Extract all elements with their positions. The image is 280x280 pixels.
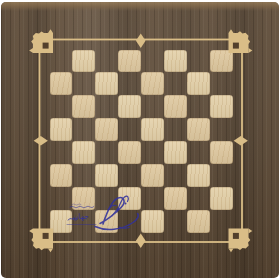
square-d7 [118,72,141,95]
square-c2 [95,187,118,210]
square-e3 [141,164,164,187]
square-a6 [50,95,73,118]
square-h2 [210,187,233,210]
square-e8 [141,50,164,73]
square-c1 [95,210,118,233]
stamp-word: جهان [64,213,98,222]
square-d8 [118,50,141,73]
square-g7 [187,72,210,95]
square-a2 [50,187,73,210]
square-f7 [164,72,187,95]
square-b8 [72,50,95,73]
square-f8 [164,50,187,73]
square-a4 [50,141,73,164]
square-f4 [164,141,187,164]
square-c4 [95,141,118,164]
square-f6 [164,95,187,118]
square-g1 [187,210,210,233]
square-h1 [210,210,233,233]
board-grid [50,50,234,234]
board-edge-highlight [1,2,279,11]
square-f2 [164,187,187,210]
square-g5 [187,118,210,141]
square-g6 [187,95,210,118]
square-d6 [118,95,141,118]
square-h3 [210,164,233,187]
square-d4 [118,141,141,164]
square-g8 [187,50,210,73]
square-f5 [164,118,187,141]
square-d3 [118,164,141,187]
square-a8 [50,50,73,73]
square-b3 [72,164,95,187]
square-f3 [164,164,187,187]
chessboard [1,2,279,278]
square-c8 [95,50,118,73]
square-d5 [118,118,141,141]
square-a5 [50,118,73,141]
square-c6 [95,95,118,118]
square-e6 [141,95,164,118]
square-g4 [187,141,210,164]
square-e4 [141,141,164,164]
square-g2 [187,187,210,210]
square-h4 [210,141,233,164]
square-a7 [50,72,73,95]
square-c7 [95,72,118,95]
square-e1 [141,210,164,233]
square-e5 [141,118,164,141]
square-b7 [72,72,95,95]
square-d2 [118,187,141,210]
product-photo: جهان [0,0,280,280]
square-h8 [210,50,233,73]
square-d1 [118,210,141,233]
square-b2 [72,187,95,210]
square-b5 [72,118,95,141]
square-h7 [210,72,233,95]
square-b4 [72,141,95,164]
square-e7 [141,72,164,95]
square-g3 [187,164,210,187]
square-a3 [50,164,73,187]
square-h6 [210,95,233,118]
square-c5 [95,118,118,141]
square-f1 [164,210,187,233]
square-h5 [210,118,233,141]
square-c3 [95,164,118,187]
square-b6 [72,95,95,118]
square-e2 [141,187,164,210]
